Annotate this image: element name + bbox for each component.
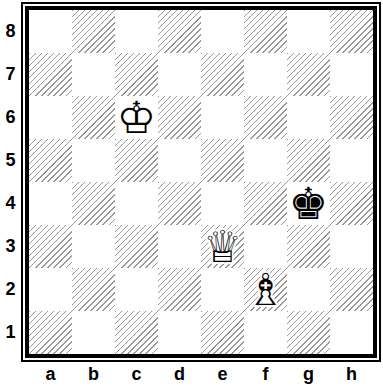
square-c2[interactable]: [115, 268, 158, 311]
square-e4[interactable]: [201, 182, 244, 225]
square-h6[interactable]: [330, 96, 373, 139]
board-grid: ♚♔♚♚♛♕♝♗: [25, 6, 377, 358]
square-h3[interactable]: [330, 225, 373, 268]
file-label-d: d: [158, 362, 201, 387]
square-d8[interactable]: [158, 10, 201, 53]
file-label-f: f: [244, 362, 287, 387]
square-c1[interactable]: [115, 311, 158, 354]
square-b7[interactable]: [72, 53, 115, 96]
square-f6[interactable]: [244, 96, 287, 139]
square-b1[interactable]: [72, 311, 115, 354]
square-g8[interactable]: [287, 10, 330, 53]
white-queen-glyph: ♕: [203, 225, 242, 269]
square-f8[interactable]: [244, 10, 287, 53]
square-e8[interactable]: [201, 10, 244, 53]
square-b8[interactable]: [72, 10, 115, 53]
file-label-b: b: [72, 362, 115, 387]
square-d2[interactable]: [158, 268, 201, 311]
square-h7[interactable]: [330, 53, 373, 96]
square-a2[interactable]: [29, 268, 72, 311]
square-h4[interactable]: [330, 182, 373, 225]
board-layout: 87654321 ♚♔♚♚♛♕♝♗ abcdefgh: [0, 2, 383, 387]
square-a8[interactable]: [29, 10, 72, 53]
file-label-c: c: [115, 362, 158, 387]
square-a4[interactable]: [29, 182, 72, 225]
square-d6[interactable]: [158, 96, 201, 139]
black-king[interactable]: ♚♚: [287, 182, 330, 225]
square-a3[interactable]: [29, 225, 72, 268]
square-h8[interactable]: [330, 10, 373, 53]
square-b2[interactable]: [72, 268, 115, 311]
square-c8[interactable]: [115, 10, 158, 53]
square-b6[interactable]: [72, 96, 115, 139]
rank-labels: 87654321: [0, 2, 21, 362]
white-bishop[interactable]: ♝♗: [244, 268, 287, 311]
rank-label-2: 2: [0, 268, 21, 311]
square-d5[interactable]: [158, 139, 201, 182]
square-f7[interactable]: [244, 53, 287, 96]
file-label-g: g: [287, 362, 330, 387]
white-king[interactable]: ♚♔: [115, 96, 158, 139]
square-c7[interactable]: [115, 53, 158, 96]
square-g1[interactable]: [287, 311, 330, 354]
square-a6[interactable]: [29, 96, 72, 139]
square-b4[interactable]: [72, 182, 115, 225]
square-b5[interactable]: [72, 139, 115, 182]
square-h2[interactable]: [330, 268, 373, 311]
square-d7[interactable]: [158, 53, 201, 96]
square-e5[interactable]: [201, 139, 244, 182]
square-c5[interactable]: [115, 139, 158, 182]
square-e3[interactable]: ♛♕: [201, 225, 244, 268]
rank-label-4: 4: [0, 182, 21, 225]
square-h5[interactable]: [330, 139, 373, 182]
white-king-glyph: ♔: [117, 96, 156, 140]
square-d1[interactable]: [158, 311, 201, 354]
rank-label-7: 7: [0, 53, 21, 96]
square-d3[interactable]: [158, 225, 201, 268]
square-f1[interactable]: [244, 311, 287, 354]
square-g7[interactable]: [287, 53, 330, 96]
square-h1[interactable]: [330, 311, 373, 354]
white-queen[interactable]: ♛♕: [201, 225, 244, 268]
square-g4[interactable]: ♚♚: [287, 182, 330, 225]
rank-label-8: 8: [0, 10, 21, 53]
square-a5[interactable]: [29, 139, 72, 182]
rank-label-6: 6: [0, 96, 21, 139]
square-g5[interactable]: [287, 139, 330, 182]
file-labels: abcdefgh: [21, 362, 381, 387]
white-bishop-glyph: ♗: [246, 268, 285, 312]
square-a7[interactable]: [29, 53, 72, 96]
square-f4[interactable]: [244, 182, 287, 225]
square-g3[interactable]: [287, 225, 330, 268]
square-c3[interactable]: [115, 225, 158, 268]
square-c4[interactable]: [115, 182, 158, 225]
square-d4[interactable]: [158, 182, 201, 225]
black-king-glyph: ♚: [289, 182, 328, 226]
square-e1[interactable]: [201, 311, 244, 354]
square-f5[interactable]: [244, 139, 287, 182]
file-label-a: a: [29, 362, 72, 387]
rank-label-1: 1: [0, 311, 21, 354]
rank-label-3: 3: [0, 225, 21, 268]
square-e6[interactable]: [201, 96, 244, 139]
rank-label-5: 5: [0, 139, 21, 182]
file-label-h: h: [330, 362, 373, 387]
file-label-e: e: [201, 362, 244, 387]
square-e2[interactable]: [201, 268, 244, 311]
board-frame: ♚♔♚♚♛♕♝♗: [21, 2, 381, 362]
square-g2[interactable]: [287, 268, 330, 311]
square-a1[interactable]: [29, 311, 72, 354]
square-c6[interactable]: ♚♔: [115, 96, 158, 139]
square-b3[interactable]: [72, 225, 115, 268]
square-f2[interactable]: ♝♗: [244, 268, 287, 311]
square-f3[interactable]: [244, 225, 287, 268]
chess-diagram: 87654321 ♚♔♚♚♛♕♝♗ abcdefgh: [0, 0, 383, 387]
square-e7[interactable]: [201, 53, 244, 96]
square-g6[interactable]: [287, 96, 330, 139]
